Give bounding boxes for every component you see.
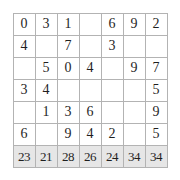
column-sum-cell: 21 <box>36 146 57 167</box>
given-cell: 2 <box>146 14 167 35</box>
given-cell: 4 <box>80 58 101 79</box>
empty-cell[interactable] <box>80 36 101 57</box>
given-cell: 1 <box>58 14 79 35</box>
given-cell: 6 <box>80 102 101 123</box>
given-cell: 0 <box>14 14 35 35</box>
given-cell: 3 <box>36 14 57 35</box>
given-cell: 9 <box>124 58 145 79</box>
given-cell: 5 <box>146 80 167 101</box>
given-cell: 4 <box>80 124 101 145</box>
empty-cell[interactable] <box>14 102 35 123</box>
given-cell: 6 <box>102 14 123 35</box>
given-cell: 1 <box>36 102 57 123</box>
given-cell: 3 <box>58 102 79 123</box>
given-cell: 6 <box>14 124 35 145</box>
given-cell: 2 <box>102 124 123 145</box>
given-cell: 3 <box>102 36 123 57</box>
empty-cell[interactable] <box>102 58 123 79</box>
empty-cell[interactable] <box>146 36 167 57</box>
empty-cell[interactable] <box>80 14 101 35</box>
given-cell: 7 <box>146 58 167 79</box>
given-cell: 9 <box>146 102 167 123</box>
empty-cell[interactable] <box>102 102 123 123</box>
given-cell: 5 <box>36 58 57 79</box>
empty-cell[interactable] <box>14 58 35 79</box>
column-sum-cell: 24 <box>102 146 123 167</box>
empty-cell[interactable] <box>80 80 101 101</box>
given-cell: 4 <box>14 36 35 57</box>
empty-cell[interactable] <box>124 80 145 101</box>
given-cell: 7 <box>58 36 79 57</box>
given-cell: 5 <box>146 124 167 145</box>
empty-cell[interactable] <box>124 36 145 57</box>
given-cell: 9 <box>124 14 145 35</box>
given-cell: 9 <box>58 124 79 145</box>
empty-cell[interactable] <box>124 102 145 123</box>
column-sum-cell: 23 <box>14 146 35 167</box>
given-cell: 3 <box>14 80 35 101</box>
column-sum-cell: 28 <box>58 146 79 167</box>
given-cell: 0 <box>58 58 79 79</box>
empty-cell[interactable] <box>36 124 57 145</box>
column-sum-cell: 26 <box>80 146 101 167</box>
column-sum-cell: 34 <box>146 146 167 167</box>
empty-cell[interactable] <box>102 80 123 101</box>
given-cell: 4 <box>36 80 57 101</box>
empty-cell[interactable] <box>36 36 57 57</box>
empty-cell[interactable] <box>124 124 145 145</box>
column-sum-cell: 34 <box>124 146 145 167</box>
empty-cell[interactable] <box>58 80 79 101</box>
puzzle-grid: 0316924735049734513696942523212826243434 <box>13 13 168 168</box>
